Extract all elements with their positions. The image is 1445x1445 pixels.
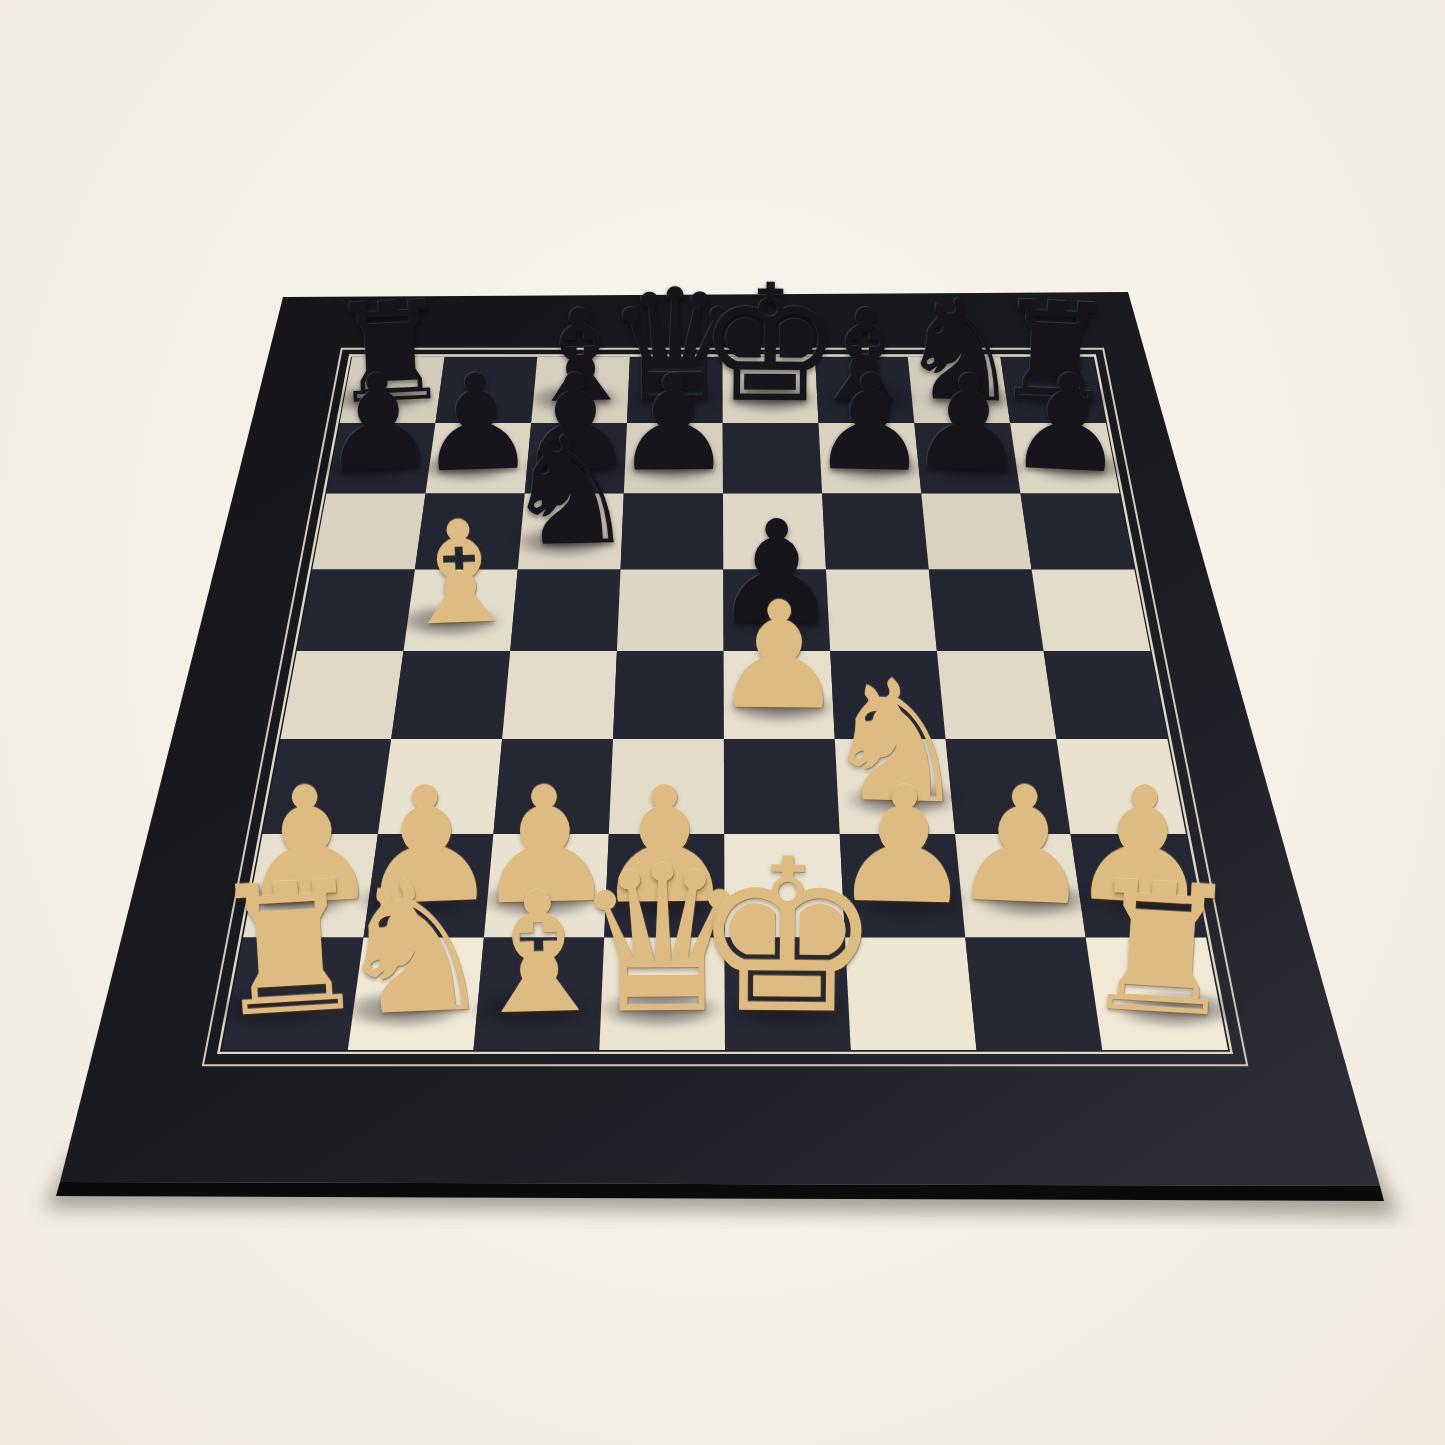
square-f1 <box>845 937 977 1050</box>
square-d3 <box>609 739 724 834</box>
square-e7 <box>723 423 822 494</box>
square-g1 <box>965 937 1102 1050</box>
square-c5 <box>510 569 620 651</box>
square-d8 <box>627 357 723 423</box>
square-f4 <box>830 651 945 739</box>
square-g4 <box>937 651 1057 739</box>
square-h1 <box>1086 937 1228 1050</box>
square-e8 <box>723 357 819 423</box>
square-a2 <box>243 834 378 937</box>
square-e2 <box>724 834 845 937</box>
square-c2 <box>484 834 609 937</box>
square-d2 <box>604 834 724 937</box>
square-h5 <box>1032 569 1151 651</box>
square-g7 <box>914 423 1020 494</box>
square-b8 <box>435 357 537 423</box>
square-b3 <box>378 739 502 834</box>
square-d5 <box>617 569 724 651</box>
square-g5 <box>929 569 1044 651</box>
square-b4 <box>391 651 510 739</box>
square-f7 <box>819 423 922 494</box>
square-c1 <box>474 937 605 1050</box>
square-d4 <box>613 651 724 739</box>
square-b2 <box>364 834 494 937</box>
square-g6 <box>921 494 1031 570</box>
square-a7 <box>326 423 435 494</box>
square-g3 <box>946 739 1071 834</box>
square-b7 <box>426 423 532 494</box>
square-g2 <box>955 834 1086 937</box>
square-f2 <box>840 834 966 937</box>
square-h8 <box>1000 357 1106 423</box>
square-g8 <box>908 357 1010 423</box>
square-h3 <box>1057 739 1186 834</box>
square-c3 <box>493 739 613 834</box>
square-h7 <box>1010 423 1120 494</box>
square-h6 <box>1021 494 1135 570</box>
square-e1 <box>725 937 851 1050</box>
chess-set-photo: ♜♝♛♚♝♞♜♟♟♟♟♟♟♟♞♟♝♟♞♟♟♟♟♟♟♟♜♞♝♛♚♜ <box>0 0 1445 1445</box>
square-c7 <box>525 423 627 494</box>
square-f6 <box>822 494 929 570</box>
square-b1 <box>348 937 484 1050</box>
chess-board <box>0 0 1445 1445</box>
square-f8 <box>815 357 914 423</box>
square-a8 <box>340 357 445 423</box>
square-f5 <box>826 569 937 651</box>
square-h2 <box>1071 834 1207 937</box>
square-f3 <box>835 739 955 834</box>
square-d6 <box>621 494 724 570</box>
square-a1 <box>222 937 364 1050</box>
square-d7 <box>624 423 723 494</box>
square-h4 <box>1044 651 1168 739</box>
square-d1 <box>599 937 725 1050</box>
square-a3 <box>263 739 392 834</box>
square-b5 <box>404 569 518 651</box>
square-c6 <box>518 494 624 570</box>
square-e3 <box>724 739 840 834</box>
square-e6 <box>723 494 826 570</box>
square-a5 <box>297 569 415 651</box>
square-a4 <box>280 651 403 739</box>
square-e5 <box>723 569 830 651</box>
square-b6 <box>415 494 525 570</box>
square-e4 <box>724 651 835 739</box>
square-c8 <box>531 357 630 423</box>
square-a6 <box>312 494 425 570</box>
square-c4 <box>502 651 617 739</box>
